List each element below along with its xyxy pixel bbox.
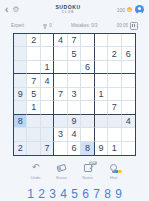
- numpad-2[interactable]: 2: [38, 187, 45, 201]
- sudoku-board[interactable]: 2475261674957311789434276891: [13, 33, 136, 156]
- undo-label: Undo: [31, 175, 41, 180]
- cell-r0c4[interactable]: 7: [68, 34, 81, 47]
- cell-r2c4[interactable]: [68, 61, 81, 74]
- numpad-8[interactable]: 8: [104, 187, 111, 201]
- cell-r1c7[interactable]: 2: [108, 47, 121, 60]
- cell-r4c2[interactable]: [41, 88, 54, 101]
- cell-r4c3[interactable]: 7: [54, 88, 67, 101]
- cell-r8c1[interactable]: [27, 142, 40, 155]
- settings-gear-icon[interactable]: ⚙: [12, 5, 19, 14]
- back-icon[interactable]: ‹: [5, 5, 8, 14]
- hint-button[interactable]: Hint: [104, 163, 124, 180]
- cell-r8c0[interactable]: 2: [14, 142, 27, 155]
- cell-r4c6[interactable]: 1: [95, 88, 108, 101]
- status-bar: Expert 0 Mistakes: 0/3 00:05: [0, 22, 149, 29]
- cell-r2c1[interactable]: [27, 61, 40, 74]
- cell-r4c0[interactable]: 9: [14, 88, 27, 101]
- cell-r8c4[interactable]: 6: [68, 142, 81, 155]
- cell-r0c1[interactable]: 2: [27, 34, 40, 47]
- cell-r1c4[interactable]: 5: [68, 47, 81, 60]
- cell-r1c8[interactable]: 6: [122, 47, 135, 60]
- app-logo: SUDOKU CLUB: [20, 5, 117, 14]
- cell-r2c2[interactable]: 1: [41, 61, 54, 74]
- cell-r8c5[interactable]: 8: [81, 142, 94, 155]
- cell-r6c4[interactable]: 9: [68, 115, 81, 128]
- cell-r5c3[interactable]: [54, 101, 67, 114]
- cell-r4c5[interactable]: [81, 88, 94, 101]
- cell-r6c0[interactable]: 8: [14, 115, 27, 128]
- cell-r8c2[interactable]: 7: [41, 142, 54, 155]
- cell-r0c3[interactable]: 4: [54, 34, 67, 47]
- cell-r6c6[interactable]: [95, 115, 108, 128]
- cell-r4c8[interactable]: [122, 88, 135, 101]
- cell-r5c6[interactable]: [95, 101, 108, 114]
- numpad-9[interactable]: 9: [115, 187, 122, 201]
- cell-r3c4[interactable]: [68, 74, 81, 87]
- profile-avatar[interactable]: [135, 5, 144, 14]
- cell-r3c8[interactable]: [122, 74, 135, 87]
- cell-r1c3[interactable]: [54, 47, 67, 60]
- cell-r3c5[interactable]: [81, 74, 94, 87]
- cell-r3c7[interactable]: [108, 74, 121, 87]
- cell-r6c3[interactable]: [54, 115, 67, 128]
- cell-r4c4[interactable]: 3: [68, 88, 81, 101]
- cell-r5c8[interactable]: [122, 101, 135, 114]
- add-coins-button[interactable]: +: [127, 7, 132, 12]
- cell-r5c1[interactable]: 1: [27, 101, 40, 114]
- cell-r8c6[interactable]: 9: [95, 142, 108, 155]
- cell-r6c5[interactable]: [81, 115, 94, 128]
- cell-r3c0[interactable]: [14, 74, 27, 87]
- cell-r8c8[interactable]: [122, 142, 135, 155]
- cell-r2c7[interactable]: [108, 61, 121, 74]
- number-pad: 123456789: [0, 187, 149, 201]
- hint-badge: [114, 170, 122, 174]
- cell-r0c0[interactable]: [14, 34, 27, 47]
- cell-r2c8[interactable]: [122, 61, 135, 74]
- erase-label: Erase: [56, 175, 66, 180]
- cell-r0c6[interactable]: [95, 34, 108, 47]
- notes-off-badge: OFF: [89, 161, 97, 165]
- cell-r5c2[interactable]: [41, 101, 54, 114]
- cell-r3c2[interactable]: 4: [41, 74, 54, 87]
- timer: 00:05: [117, 23, 128, 28]
- cell-r5c0[interactable]: [14, 101, 27, 114]
- cell-r6c7[interactable]: [108, 115, 121, 128]
- mistakes-counter: Mistakes: 0/3: [71, 23, 98, 28]
- cell-r5c4[interactable]: [68, 101, 81, 114]
- cell-r6c8[interactable]: 4: [122, 115, 135, 128]
- cell-r1c1[interactable]: [27, 47, 40, 60]
- numpad-1[interactable]: 1: [27, 187, 34, 201]
- hint-label: Hint: [110, 175, 117, 180]
- cell-r0c7[interactable]: [108, 34, 121, 47]
- cell-r7c7[interactable]: [108, 128, 121, 141]
- difficulty-label[interactable]: Expert: [11, 23, 24, 28]
- cell-r0c8[interactable]: [122, 34, 135, 47]
- cell-r4c1[interactable]: 5: [27, 88, 40, 101]
- numpad-4[interactable]: 4: [60, 187, 67, 201]
- cell-r7c1[interactable]: [27, 128, 40, 141]
- eraser-icon: [56, 163, 66, 171]
- undo-button[interactable]: ↶ Undo: [26, 163, 46, 180]
- cell-r0c2[interactable]: [41, 34, 54, 47]
- cell-r2c6[interactable]: [95, 61, 108, 74]
- cell-r7c6[interactable]: [95, 128, 108, 141]
- cell-r2c3[interactable]: [54, 61, 67, 74]
- coins-count: 100: [117, 7, 125, 13]
- cell-r7c0[interactable]: [14, 128, 27, 141]
- logo-subtitle: CLUB: [20, 11, 117, 14]
- numpad-5[interactable]: 5: [71, 187, 78, 201]
- cell-r5c5[interactable]: [81, 101, 94, 114]
- notes-button[interactable]: OFF Notes: [78, 163, 98, 180]
- cell-r8c3[interactable]: [54, 142, 67, 155]
- cell-r6c2[interactable]: [41, 115, 54, 128]
- pause-button[interactable]: [130, 22, 138, 30]
- cell-r7c2[interactable]: [41, 128, 54, 141]
- cell-r7c8[interactable]: [122, 128, 135, 141]
- cell-r8c7[interactable]: 1: [108, 142, 121, 155]
- numpad-7[interactable]: 7: [93, 187, 100, 201]
- undo-icon: ↶: [32, 163, 40, 172]
- cell-r3c6[interactable]: [95, 74, 108, 87]
- cell-r4c7[interactable]: [108, 88, 121, 101]
- cell-r1c0[interactable]: [14, 47, 27, 60]
- cell-r5c7[interactable]: 7: [108, 101, 121, 114]
- cell-r0c5[interactable]: [81, 34, 94, 47]
- cell-r2c0[interactable]: [14, 61, 27, 74]
- cell-r3c1[interactable]: 7: [27, 74, 40, 87]
- notes-label: Notes: [82, 175, 92, 180]
- toolbar: ↶ Undo Erase OFF Notes Hint: [26, 163, 124, 180]
- cell-r1c6[interactable]: [95, 47, 108, 60]
- cell-r7c5[interactable]: [81, 128, 94, 141]
- cell-r7c4[interactable]: 4: [68, 128, 81, 141]
- cell-r7c3[interactable]: 3: [54, 128, 67, 141]
- top-bar: ‹ ⚙ SUDOKU CLUB 100 +: [0, 0, 149, 16]
- trophy-icon: [43, 24, 47, 27]
- cell-r3c3[interactable]: [54, 74, 67, 87]
- numpad-3[interactable]: 3: [49, 187, 56, 201]
- trophy-count: 0: [49, 23, 52, 28]
- cell-r1c2[interactable]: [41, 47, 54, 60]
- cell-r1c5[interactable]: [81, 47, 94, 60]
- cell-r2c5[interactable]: 6: [81, 61, 94, 74]
- cell-r6c1[interactable]: [27, 115, 40, 128]
- erase-button[interactable]: Erase: [52, 163, 72, 180]
- numpad-6[interactable]: 6: [82, 187, 89, 201]
